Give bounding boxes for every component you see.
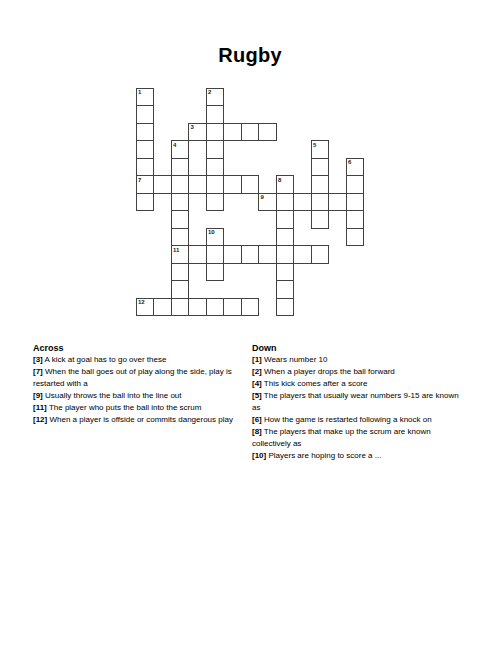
- down-clue-2: [2] When a player drops the ball forward: [252, 366, 468, 378]
- clue-number-label: [5]: [252, 391, 262, 400]
- grid-cell-r12-c0[interactable]: 12: [136, 298, 155, 317]
- clue-number-label: [9]: [33, 391, 43, 400]
- down-clue-4: [4] This kick comes after a score: [252, 378, 468, 390]
- grid-cell-r5-c5[interactable]: [223, 175, 242, 194]
- grid-cell-r4-c4[interactable]: [206, 158, 225, 177]
- grid-cell-r3-c0[interactable]: [136, 140, 155, 159]
- clue-number-label: [10]: [252, 451, 266, 460]
- grid-cell-r5-c3[interactable]: [188, 175, 207, 194]
- grid-cell-r2-c7[interactable]: [258, 123, 277, 142]
- clue-number-label: [8]: [252, 427, 262, 436]
- cell-number-5: 5: [313, 142, 316, 149]
- grid-cell-r8-c12[interactable]: [346, 228, 365, 247]
- across-clue-3: [3] A kick at goal has to go over these: [33, 354, 245, 366]
- grid-cell-r4-c12[interactable]: 6: [346, 158, 365, 177]
- grid-cell-r8-c8[interactable]: [276, 228, 295, 247]
- cell-number-11: 11: [173, 247, 179, 254]
- grid-cell-r9-c2[interactable]: 11: [171, 245, 190, 264]
- down-clue-10: [10] Players are hoping to score a ...: [252, 450, 468, 462]
- grid-cell-r5-c4[interactable]: [206, 175, 225, 194]
- grid-cell-r6-c9[interactable]: [293, 193, 312, 212]
- across-clue-11: [11] The player who puts the ball into t…: [33, 402, 245, 414]
- clue-number-label: [6]: [252, 415, 262, 424]
- grid-cell-r5-c6[interactable]: [241, 175, 260, 194]
- grid-cell-r7-c12[interactable]: [346, 210, 365, 229]
- grid-cell-r6-c11[interactable]: [328, 193, 347, 212]
- cell-number-2: 2: [208, 89, 211, 96]
- grid-cell-r2-c4[interactable]: [206, 123, 225, 142]
- down-clue-list: [1] Wears number 10[2] When a player dro…: [252, 354, 468, 462]
- clue-number-label: [12]: [33, 415, 47, 424]
- down-clue-5: [5] The players that usually wear number…: [252, 390, 468, 414]
- crossword-board: 123456789101112: [136, 88, 364, 316]
- grid-cell-r9-c10[interactable]: [311, 245, 330, 264]
- grid-cell-r12-c3[interactable]: [188, 298, 207, 317]
- grid-cell-r2-c5[interactable]: [223, 123, 242, 142]
- cell-number-8: 8: [278, 177, 281, 184]
- cell-number-3: 3: [191, 124, 194, 131]
- grid-cell-r1-c0[interactable]: [136, 105, 155, 124]
- grid-cell-r5-c8[interactable]: 8: [276, 175, 295, 194]
- clue-number-label: [3]: [33, 355, 43, 364]
- grid-cell-r9-c6[interactable]: [241, 245, 260, 264]
- grid-cell-r5-c12[interactable]: [346, 175, 365, 194]
- down-clue-6: [6] How the game is restarted following …: [252, 414, 468, 426]
- grid-cell-r3-c10[interactable]: 5: [311, 140, 330, 159]
- grid-cell-r7-c2[interactable]: [171, 210, 190, 229]
- grid-cell-r2-c6[interactable]: [241, 123, 260, 142]
- grid-cell-r10-c8[interactable]: [276, 263, 295, 282]
- grid-cell-r6-c4[interactable]: [206, 193, 225, 212]
- crossword-page: Rugby 123456789101112 Across [3] A kick …: [0, 0, 500, 647]
- grid-cell-r9-c9[interactable]: [293, 245, 312, 264]
- grid-cell-r6-c10[interactable]: [311, 193, 330, 212]
- grid-cell-r4-c10[interactable]: [311, 158, 330, 177]
- clue-number-label: [4]: [252, 379, 262, 388]
- grid-cell-r8-c2[interactable]: [171, 228, 190, 247]
- across-heading: Across: [33, 342, 245, 354]
- down-clue-column: Down [1] Wears number 10[2] When a playe…: [252, 342, 468, 462]
- across-clue-12: [12] When a player is offside or commits…: [33, 414, 245, 426]
- grid-cell-r6-c2[interactable]: [171, 193, 190, 212]
- grid-cell-r12-c8[interactable]: [276, 298, 295, 317]
- grid-cell-r6-c12[interactable]: [346, 193, 365, 212]
- grid-cell-r4-c2[interactable]: [171, 158, 190, 177]
- grid-cell-r0-c0[interactable]: 1: [136, 88, 155, 107]
- grid-cell-r11-c2[interactable]: [171, 280, 190, 299]
- grid-cell-r6-c8[interactable]: [276, 193, 295, 212]
- grid-cell-r0-c4[interactable]: 2: [206, 88, 225, 107]
- cell-number-12: 12: [138, 299, 145, 306]
- grid-cell-r1-c4[interactable]: [206, 105, 225, 124]
- grid-cell-r5-c2[interactable]: [171, 175, 190, 194]
- cell-number-7: 7: [138, 177, 141, 184]
- grid-cell-r10-c4[interactable]: [206, 263, 225, 282]
- grid-cell-r11-c8[interactable]: [276, 280, 295, 299]
- grid-cell-r5-c1[interactable]: [153, 175, 172, 194]
- grid-cell-r10-c2[interactable]: [171, 263, 190, 282]
- grid-cell-r5-c0[interactable]: 7: [136, 175, 155, 194]
- grid-cell-r7-c8[interactable]: [276, 210, 295, 229]
- clue-number-label: [1]: [252, 355, 262, 364]
- grid-cell-r12-c6[interactable]: [241, 298, 260, 317]
- grid-cell-r2-c0[interactable]: [136, 123, 155, 142]
- grid-cell-r9-c8[interactable]: [276, 245, 295, 264]
- puzzle-title: Rugby: [0, 42, 500, 68]
- across-clue-column: Across [3] A kick at goal has to go over…: [33, 342, 245, 426]
- across-clue-9: [9] Usually throws the ball into the lin…: [33, 390, 245, 402]
- grid-cell-r7-c10[interactable]: [311, 210, 330, 229]
- down-clue-1: [1] Wears number 10: [252, 354, 468, 366]
- grid-cell-r4-c0[interactable]: [136, 158, 155, 177]
- grid-cell-r12-c4[interactable]: [206, 298, 225, 317]
- clue-number-label: [11]: [33, 403, 47, 412]
- clue-number-label: [7]: [33, 367, 43, 376]
- grid-cell-r2-c3[interactable]: 3: [188, 123, 207, 142]
- down-heading: Down: [252, 342, 468, 354]
- grid-cell-r9-c7[interactable]: [258, 245, 277, 264]
- across-clue-7: [7] When the ball goes out of play along…: [33, 366, 245, 390]
- grid-cell-r12-c1[interactable]: [153, 298, 172, 317]
- down-clue-8: [8] The players that make up the scrum a…: [252, 426, 468, 450]
- grid-cell-r6-c0[interactable]: [136, 193, 155, 212]
- grid-cell-r12-c5[interactable]: [223, 298, 242, 317]
- clue-number-label: [2]: [252, 367, 262, 376]
- grid-cell-r6-c7[interactable]: 9: [258, 193, 277, 212]
- grid-cell-r9-c5[interactable]: [223, 245, 242, 264]
- grid-cell-r9-c3[interactable]: [188, 245, 207, 264]
- grid-cell-r3-c2[interactable]: 4: [171, 140, 190, 159]
- cell-number-10: 10: [208, 229, 215, 236]
- grid-cell-r8-c4[interactable]: 10: [206, 228, 225, 247]
- cell-number-6: 6: [348, 159, 351, 166]
- cell-number-4: 4: [173, 142, 176, 149]
- grid-cell-r5-c10[interactable]: [311, 175, 330, 194]
- cell-number-1: 1: [138, 89, 141, 96]
- across-clue-list: [3] A kick at goal has to go over these[…: [33, 354, 245, 426]
- grid-cell-r3-c4[interactable]: [206, 140, 225, 159]
- cell-number-9: 9: [261, 194, 264, 201]
- grid-cell-r12-c2[interactable]: [171, 298, 190, 317]
- grid-cell-r9-c4[interactable]: [206, 245, 225, 264]
